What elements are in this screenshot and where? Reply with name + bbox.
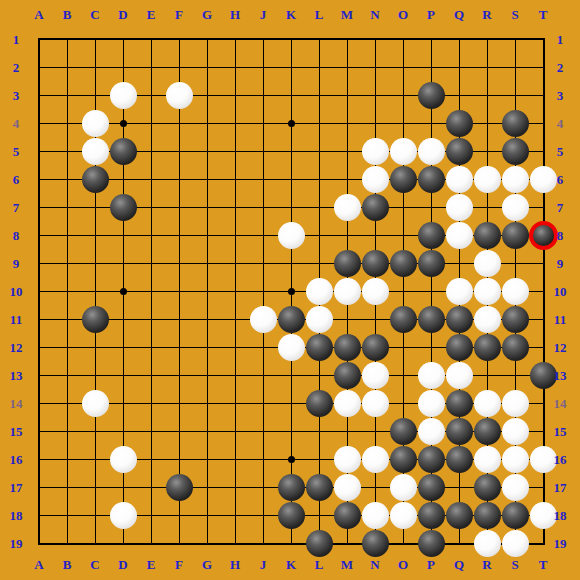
intersection-N1[interactable] xyxy=(361,25,389,53)
intersection-K9[interactable] xyxy=(277,249,305,277)
intersection-M18[interactable] xyxy=(333,501,361,529)
intersection-A10[interactable] xyxy=(25,277,53,305)
intersection-G3[interactable] xyxy=(193,81,221,109)
intersection-S11[interactable] xyxy=(501,305,529,333)
intersection-C9[interactable] xyxy=(81,249,109,277)
intersection-L16[interactable] xyxy=(305,445,333,473)
intersection-E15[interactable] xyxy=(137,417,165,445)
intersection-A13[interactable] xyxy=(25,361,53,389)
intersection-A6[interactable] xyxy=(25,165,53,193)
intersection-J9[interactable] xyxy=(249,249,277,277)
intersection-O15[interactable] xyxy=(389,417,417,445)
intersection-F5[interactable] xyxy=(165,137,193,165)
intersection-D5[interactable] xyxy=(109,137,137,165)
intersection-D11[interactable] xyxy=(109,305,137,333)
intersection-F1[interactable] xyxy=(165,25,193,53)
intersection-S19[interactable] xyxy=(501,529,529,557)
intersection-Q13[interactable] xyxy=(445,361,473,389)
intersection-N7[interactable] xyxy=(361,193,389,221)
intersection-A16[interactable] xyxy=(25,445,53,473)
intersection-M12[interactable] xyxy=(333,333,361,361)
intersection-L19[interactable] xyxy=(305,529,333,557)
intersection-L15[interactable] xyxy=(305,417,333,445)
intersection-O3[interactable] xyxy=(389,81,417,109)
intersection-A15[interactable] xyxy=(25,417,53,445)
intersection-R10[interactable] xyxy=(473,277,501,305)
intersection-J18[interactable] xyxy=(249,501,277,529)
intersection-R19[interactable] xyxy=(473,529,501,557)
intersection-P19[interactable] xyxy=(417,529,445,557)
intersection-C13[interactable] xyxy=(81,361,109,389)
intersection-N17[interactable] xyxy=(361,473,389,501)
intersection-A9[interactable] xyxy=(25,249,53,277)
intersection-L11[interactable] xyxy=(305,305,333,333)
intersection-C5[interactable] xyxy=(81,137,109,165)
intersection-B19[interactable] xyxy=(53,529,81,557)
intersection-D13[interactable] xyxy=(109,361,137,389)
intersection-F9[interactable] xyxy=(165,249,193,277)
intersection-O11[interactable] xyxy=(389,305,417,333)
intersection-O12[interactable] xyxy=(389,333,417,361)
intersection-N2[interactable] xyxy=(361,53,389,81)
intersection-M1[interactable] xyxy=(333,25,361,53)
intersection-Q15[interactable] xyxy=(445,417,473,445)
intersection-L1[interactable] xyxy=(305,25,333,53)
intersection-A14[interactable] xyxy=(25,389,53,417)
intersection-R11[interactable] xyxy=(473,305,501,333)
intersection-M7[interactable] xyxy=(333,193,361,221)
intersection-Q18[interactable] xyxy=(445,501,473,529)
intersection-F17[interactable] xyxy=(165,473,193,501)
intersection-C14[interactable] xyxy=(81,389,109,417)
intersection-A11[interactable] xyxy=(25,305,53,333)
intersection-K4[interactable] xyxy=(277,109,305,137)
intersection-E5[interactable] xyxy=(137,137,165,165)
intersection-H6[interactable] xyxy=(221,165,249,193)
intersection-H16[interactable] xyxy=(221,445,249,473)
intersection-E2[interactable] xyxy=(137,53,165,81)
intersection-E3[interactable] xyxy=(137,81,165,109)
intersection-E1[interactable] xyxy=(137,25,165,53)
intersection-O6[interactable] xyxy=(389,165,417,193)
intersection-Q4[interactable] xyxy=(445,109,473,137)
intersection-K2[interactable] xyxy=(277,53,305,81)
intersection-G19[interactable] xyxy=(193,529,221,557)
intersection-Q19[interactable] xyxy=(445,529,473,557)
intersection-G9[interactable] xyxy=(193,249,221,277)
intersection-P10[interactable] xyxy=(417,277,445,305)
intersection-K12[interactable] xyxy=(277,333,305,361)
intersection-C19[interactable] xyxy=(81,529,109,557)
intersection-A18[interactable] xyxy=(25,501,53,529)
intersection-Q6[interactable] xyxy=(445,165,473,193)
intersection-P13[interactable] xyxy=(417,361,445,389)
intersection-K10[interactable] xyxy=(277,277,305,305)
intersection-T9[interactable] xyxy=(529,249,557,277)
intersection-O5[interactable] xyxy=(389,137,417,165)
intersection-F19[interactable] xyxy=(165,529,193,557)
intersection-F10[interactable] xyxy=(165,277,193,305)
intersection-K1[interactable] xyxy=(277,25,305,53)
intersection-D2[interactable] xyxy=(109,53,137,81)
intersection-M8[interactable] xyxy=(333,221,361,249)
intersection-D1[interactable] xyxy=(109,25,137,53)
intersection-P9[interactable] xyxy=(417,249,445,277)
intersection-R3[interactable] xyxy=(473,81,501,109)
intersection-S2[interactable] xyxy=(501,53,529,81)
intersection-E9[interactable] xyxy=(137,249,165,277)
intersection-O7[interactable] xyxy=(389,193,417,221)
intersection-S18[interactable] xyxy=(501,501,529,529)
intersection-K6[interactable] xyxy=(277,165,305,193)
intersection-R14[interactable] xyxy=(473,389,501,417)
intersection-L10[interactable] xyxy=(305,277,333,305)
intersection-S6[interactable] xyxy=(501,165,529,193)
intersection-E17[interactable] xyxy=(137,473,165,501)
intersection-B5[interactable] xyxy=(53,137,81,165)
intersection-F12[interactable] xyxy=(165,333,193,361)
intersection-L6[interactable] xyxy=(305,165,333,193)
intersection-R13[interactable] xyxy=(473,361,501,389)
intersection-R17[interactable] xyxy=(473,473,501,501)
intersection-T11[interactable] xyxy=(529,305,557,333)
intersection-G5[interactable] xyxy=(193,137,221,165)
intersection-P6[interactable] xyxy=(417,165,445,193)
intersection-H8[interactable] xyxy=(221,221,249,249)
intersection-A5[interactable] xyxy=(25,137,53,165)
intersection-K3[interactable] xyxy=(277,81,305,109)
intersection-N18[interactable] xyxy=(361,501,389,529)
intersection-B7[interactable] xyxy=(53,193,81,221)
intersection-N5[interactable] xyxy=(361,137,389,165)
intersection-P3[interactable] xyxy=(417,81,445,109)
intersection-N19[interactable] xyxy=(361,529,389,557)
intersection-R15[interactable] xyxy=(473,417,501,445)
intersection-C12[interactable] xyxy=(81,333,109,361)
intersection-J12[interactable] xyxy=(249,333,277,361)
intersection-D16[interactable] xyxy=(109,445,137,473)
intersection-C7[interactable] xyxy=(81,193,109,221)
intersection-B11[interactable] xyxy=(53,305,81,333)
intersection-S12[interactable] xyxy=(501,333,529,361)
intersection-O16[interactable] xyxy=(389,445,417,473)
intersection-R9[interactable] xyxy=(473,249,501,277)
intersection-R18[interactable] xyxy=(473,501,501,529)
intersection-J2[interactable] xyxy=(249,53,277,81)
intersection-G4[interactable] xyxy=(193,109,221,137)
intersection-M4[interactable] xyxy=(333,109,361,137)
intersection-S9[interactable] xyxy=(501,249,529,277)
intersection-O13[interactable] xyxy=(389,361,417,389)
intersection-F13[interactable] xyxy=(165,361,193,389)
intersection-N13[interactable] xyxy=(361,361,389,389)
intersection-K13[interactable] xyxy=(277,361,305,389)
intersection-L17[interactable] xyxy=(305,473,333,501)
intersection-H7[interactable] xyxy=(221,193,249,221)
intersection-Q7[interactable] xyxy=(445,193,473,221)
intersection-M16[interactable] xyxy=(333,445,361,473)
intersection-M14[interactable] xyxy=(333,389,361,417)
intersection-A4[interactable] xyxy=(25,109,53,137)
intersection-M10[interactable] xyxy=(333,277,361,305)
intersection-N15[interactable] xyxy=(361,417,389,445)
intersection-G16[interactable] xyxy=(193,445,221,473)
intersection-H13[interactable] xyxy=(221,361,249,389)
intersection-H14[interactable] xyxy=(221,389,249,417)
intersection-G12[interactable] xyxy=(193,333,221,361)
intersection-B1[interactable] xyxy=(53,25,81,53)
intersection-S8[interactable] xyxy=(501,221,529,249)
intersection-E16[interactable] xyxy=(137,445,165,473)
intersection-B9[interactable] xyxy=(53,249,81,277)
intersection-J17[interactable] xyxy=(249,473,277,501)
intersection-J11[interactable] xyxy=(249,305,277,333)
intersection-B17[interactable] xyxy=(53,473,81,501)
intersection-A1[interactable] xyxy=(25,25,53,53)
intersection-B3[interactable] xyxy=(53,81,81,109)
intersection-T3[interactable] xyxy=(529,81,557,109)
intersection-H1[interactable] xyxy=(221,25,249,53)
intersection-P18[interactable] xyxy=(417,501,445,529)
intersection-Q2[interactable] xyxy=(445,53,473,81)
intersection-P5[interactable] xyxy=(417,137,445,165)
intersection-F18[interactable] xyxy=(165,501,193,529)
intersection-R5[interactable] xyxy=(473,137,501,165)
intersection-P4[interactable] xyxy=(417,109,445,137)
intersection-B12[interactable] xyxy=(53,333,81,361)
intersection-T8[interactable] xyxy=(529,221,557,249)
intersection-Q3[interactable] xyxy=(445,81,473,109)
intersection-Q14[interactable] xyxy=(445,389,473,417)
intersection-F3[interactable] xyxy=(165,81,193,109)
intersection-M6[interactable] xyxy=(333,165,361,193)
intersection-B10[interactable] xyxy=(53,277,81,305)
intersection-F2[interactable] xyxy=(165,53,193,81)
intersection-O17[interactable] xyxy=(389,473,417,501)
intersection-H4[interactable] xyxy=(221,109,249,137)
intersection-G8[interactable] xyxy=(193,221,221,249)
intersection-M13[interactable] xyxy=(333,361,361,389)
intersection-L18[interactable] xyxy=(305,501,333,529)
intersection-G1[interactable] xyxy=(193,25,221,53)
intersection-G10[interactable] xyxy=(193,277,221,305)
intersection-S17[interactable] xyxy=(501,473,529,501)
intersection-H3[interactable] xyxy=(221,81,249,109)
intersection-Q1[interactable] xyxy=(445,25,473,53)
intersection-K18[interactable] xyxy=(277,501,305,529)
intersection-D6[interactable] xyxy=(109,165,137,193)
intersection-K15[interactable] xyxy=(277,417,305,445)
intersection-N11[interactable] xyxy=(361,305,389,333)
intersection-D9[interactable] xyxy=(109,249,137,277)
intersection-L2[interactable] xyxy=(305,53,333,81)
intersection-H19[interactable] xyxy=(221,529,249,557)
intersection-P17[interactable] xyxy=(417,473,445,501)
intersection-N9[interactable] xyxy=(361,249,389,277)
intersection-L7[interactable] xyxy=(305,193,333,221)
intersection-T1[interactable] xyxy=(529,25,557,53)
intersection-P12[interactable] xyxy=(417,333,445,361)
intersection-D7[interactable] xyxy=(109,193,137,221)
intersection-C3[interactable] xyxy=(81,81,109,109)
intersection-Q8[interactable] xyxy=(445,221,473,249)
intersection-R16[interactable] xyxy=(473,445,501,473)
intersection-M17[interactable] xyxy=(333,473,361,501)
intersection-G11[interactable] xyxy=(193,305,221,333)
intersection-G14[interactable] xyxy=(193,389,221,417)
intersection-C16[interactable] xyxy=(81,445,109,473)
intersection-R4[interactable] xyxy=(473,109,501,137)
intersection-F11[interactable] xyxy=(165,305,193,333)
intersection-H5[interactable] xyxy=(221,137,249,165)
intersection-H15[interactable] xyxy=(221,417,249,445)
intersection-C17[interactable] xyxy=(81,473,109,501)
intersection-Q17[interactable] xyxy=(445,473,473,501)
intersection-N8[interactable] xyxy=(361,221,389,249)
intersection-K16[interactable] xyxy=(277,445,305,473)
intersection-O4[interactable] xyxy=(389,109,417,137)
intersection-J13[interactable] xyxy=(249,361,277,389)
intersection-T5[interactable] xyxy=(529,137,557,165)
intersection-E12[interactable] xyxy=(137,333,165,361)
intersection-G7[interactable] xyxy=(193,193,221,221)
intersection-E6[interactable] xyxy=(137,165,165,193)
intersection-O9[interactable] xyxy=(389,249,417,277)
intersection-S3[interactable] xyxy=(501,81,529,109)
intersection-T7[interactable] xyxy=(529,193,557,221)
intersection-H18[interactable] xyxy=(221,501,249,529)
intersection-S1[interactable] xyxy=(501,25,529,53)
intersection-P14[interactable] xyxy=(417,389,445,417)
intersection-Q10[interactable] xyxy=(445,277,473,305)
go-board[interactable] xyxy=(25,25,557,557)
intersection-O8[interactable] xyxy=(389,221,417,249)
intersection-L9[interactable] xyxy=(305,249,333,277)
intersection-G18[interactable] xyxy=(193,501,221,529)
intersection-H10[interactable] xyxy=(221,277,249,305)
intersection-D4[interactable] xyxy=(109,109,137,137)
intersection-B13[interactable] xyxy=(53,361,81,389)
intersection-D12[interactable] xyxy=(109,333,137,361)
intersection-O1[interactable] xyxy=(389,25,417,53)
intersection-A2[interactable] xyxy=(25,53,53,81)
intersection-J14[interactable] xyxy=(249,389,277,417)
intersection-C8[interactable] xyxy=(81,221,109,249)
intersection-R1[interactable] xyxy=(473,25,501,53)
intersection-R8[interactable] xyxy=(473,221,501,249)
intersection-H11[interactable] xyxy=(221,305,249,333)
intersection-E14[interactable] xyxy=(137,389,165,417)
intersection-D8[interactable] xyxy=(109,221,137,249)
intersection-D14[interactable] xyxy=(109,389,137,417)
intersection-E13[interactable] xyxy=(137,361,165,389)
intersection-S10[interactable] xyxy=(501,277,529,305)
intersection-F4[interactable] xyxy=(165,109,193,137)
intersection-G15[interactable] xyxy=(193,417,221,445)
intersection-E7[interactable] xyxy=(137,193,165,221)
intersection-C2[interactable] xyxy=(81,53,109,81)
intersection-D19[interactable] xyxy=(109,529,137,557)
intersection-S5[interactable] xyxy=(501,137,529,165)
intersection-E19[interactable] xyxy=(137,529,165,557)
intersection-B4[interactable] xyxy=(53,109,81,137)
intersection-J19[interactable] xyxy=(249,529,277,557)
intersection-J15[interactable] xyxy=(249,417,277,445)
intersection-G13[interactable] xyxy=(193,361,221,389)
intersection-C15[interactable] xyxy=(81,417,109,445)
intersection-F7[interactable] xyxy=(165,193,193,221)
intersection-B8[interactable] xyxy=(53,221,81,249)
intersection-P8[interactable] xyxy=(417,221,445,249)
intersection-M19[interactable] xyxy=(333,529,361,557)
intersection-F6[interactable] xyxy=(165,165,193,193)
intersection-L8[interactable] xyxy=(305,221,333,249)
intersection-E10[interactable] xyxy=(137,277,165,305)
intersection-Q12[interactable] xyxy=(445,333,473,361)
intersection-P11[interactable] xyxy=(417,305,445,333)
intersection-R7[interactable] xyxy=(473,193,501,221)
intersection-O10[interactable] xyxy=(389,277,417,305)
intersection-R6[interactable] xyxy=(473,165,501,193)
intersection-Q16[interactable] xyxy=(445,445,473,473)
intersection-B15[interactable] xyxy=(53,417,81,445)
intersection-S7[interactable] xyxy=(501,193,529,221)
intersection-F14[interactable] xyxy=(165,389,193,417)
intersection-L3[interactable] xyxy=(305,81,333,109)
intersection-J7[interactable] xyxy=(249,193,277,221)
intersection-H17[interactable] xyxy=(221,473,249,501)
intersection-O18[interactable] xyxy=(389,501,417,529)
intersection-D3[interactable] xyxy=(109,81,137,109)
intersection-B16[interactable] xyxy=(53,445,81,473)
intersection-T6[interactable] xyxy=(529,165,557,193)
intersection-K17[interactable] xyxy=(277,473,305,501)
intersection-A8[interactable] xyxy=(25,221,53,249)
intersection-F15[interactable] xyxy=(165,417,193,445)
intersection-M2[interactable] xyxy=(333,53,361,81)
intersection-E4[interactable] xyxy=(137,109,165,137)
intersection-L14[interactable] xyxy=(305,389,333,417)
intersection-D18[interactable] xyxy=(109,501,137,529)
intersection-K11[interactable] xyxy=(277,305,305,333)
intersection-L12[interactable] xyxy=(305,333,333,361)
intersection-L5[interactable] xyxy=(305,137,333,165)
intersection-J8[interactable] xyxy=(249,221,277,249)
intersection-B18[interactable] xyxy=(53,501,81,529)
intersection-P15[interactable] xyxy=(417,417,445,445)
intersection-B2[interactable] xyxy=(53,53,81,81)
intersection-K19[interactable] xyxy=(277,529,305,557)
intersection-M3[interactable] xyxy=(333,81,361,109)
intersection-B6[interactable] xyxy=(53,165,81,193)
intersection-J16[interactable] xyxy=(249,445,277,473)
intersection-H2[interactable] xyxy=(221,53,249,81)
intersection-Q11[interactable] xyxy=(445,305,473,333)
intersection-O2[interactable] xyxy=(389,53,417,81)
intersection-T4[interactable] xyxy=(529,109,557,137)
intersection-T2[interactable] xyxy=(529,53,557,81)
intersection-G17[interactable] xyxy=(193,473,221,501)
intersection-K5[interactable] xyxy=(277,137,305,165)
intersection-L4[interactable] xyxy=(305,109,333,137)
intersection-N14[interactable] xyxy=(361,389,389,417)
intersection-B14[interactable] xyxy=(53,389,81,417)
intersection-J6[interactable] xyxy=(249,165,277,193)
intersection-A3[interactable] xyxy=(25,81,53,109)
intersection-C18[interactable] xyxy=(81,501,109,529)
intersection-A12[interactable] xyxy=(25,333,53,361)
intersection-R2[interactable] xyxy=(473,53,501,81)
